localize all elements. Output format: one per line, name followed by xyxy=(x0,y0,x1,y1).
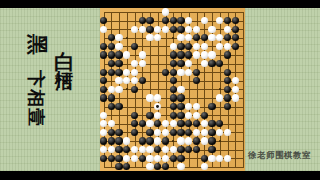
black-stone xyxy=(224,94,231,101)
white-stone xyxy=(170,43,177,50)
white-stone xyxy=(139,146,146,153)
black-stone xyxy=(177,155,184,162)
white-stone xyxy=(224,26,231,33)
white-stone xyxy=(224,43,231,50)
black-stone xyxy=(108,94,115,101)
black-stone xyxy=(208,146,215,153)
black-stone xyxy=(185,43,192,50)
black-stone xyxy=(185,129,192,136)
white-stone xyxy=(139,26,146,33)
black-stone xyxy=(177,17,184,24)
black-stone xyxy=(185,51,192,58)
black-stone xyxy=(108,51,115,58)
black-stone xyxy=(162,163,169,170)
black-stone xyxy=(100,155,107,162)
black-stone xyxy=(224,17,231,24)
black-stone xyxy=(131,120,138,127)
black-stone xyxy=(208,120,215,127)
white-stone xyxy=(162,8,169,15)
white-stone xyxy=(185,34,192,41)
white-stone xyxy=(162,155,169,162)
black-stone xyxy=(139,120,146,127)
black-stone xyxy=(170,94,177,101)
black-stone xyxy=(170,155,177,162)
white-stone xyxy=(201,17,208,24)
black-stone xyxy=(100,43,107,50)
white-stone xyxy=(193,129,200,136)
black-stone xyxy=(177,129,184,136)
black-stone xyxy=(146,112,153,119)
white-stone xyxy=(201,60,208,67)
white-stone xyxy=(162,146,169,153)
black-stone xyxy=(162,137,169,144)
white-stone xyxy=(146,34,153,41)
black-stone xyxy=(177,120,184,127)
black-stone xyxy=(162,69,169,76)
black-stone xyxy=(154,146,161,153)
black-stone xyxy=(108,60,115,67)
black-stone xyxy=(139,77,146,84)
white-stone xyxy=(146,146,153,153)
black-stone xyxy=(177,146,184,153)
black-stone xyxy=(208,103,215,110)
white-stone xyxy=(162,26,169,33)
star-point xyxy=(126,37,128,39)
white-stone xyxy=(115,34,122,41)
white-stone xyxy=(201,43,208,50)
black-stone xyxy=(108,43,115,50)
white-stone xyxy=(146,94,153,101)
white-stone xyxy=(177,69,184,76)
players-panel: 黑 卞相壹 白 柯洁 xyxy=(0,8,100,171)
black-stone xyxy=(177,112,184,119)
white-stone xyxy=(123,137,130,144)
black-stone xyxy=(201,112,208,119)
black-stone xyxy=(100,137,107,144)
white-stone xyxy=(201,120,208,127)
black-stone xyxy=(224,86,231,93)
white-stone xyxy=(162,129,169,136)
white-stone xyxy=(131,77,138,84)
white-stone xyxy=(208,155,215,162)
black-stone xyxy=(170,17,177,24)
white-stone xyxy=(177,137,184,144)
black-stone xyxy=(224,77,231,84)
white-stone xyxy=(216,94,223,101)
black-stone xyxy=(185,120,192,127)
white-stone xyxy=(193,51,200,58)
black-stone xyxy=(146,137,153,144)
black-stone xyxy=(177,43,184,50)
white-stone xyxy=(185,112,192,119)
black-stone xyxy=(193,137,200,144)
white-stone xyxy=(154,129,161,136)
white-stone xyxy=(123,69,130,76)
white-stone xyxy=(146,155,153,162)
black-stone xyxy=(201,34,208,41)
black-stone xyxy=(177,51,184,58)
black-player-name: 卞相壹 xyxy=(27,70,45,127)
black-stone xyxy=(100,51,107,58)
black-stone xyxy=(185,146,192,153)
white-stone xyxy=(224,155,231,162)
white-stone xyxy=(193,103,200,110)
white-stone xyxy=(201,163,208,170)
black-stone xyxy=(154,163,161,170)
black-stone xyxy=(193,146,200,153)
black-stone xyxy=(108,155,115,162)
black-stone xyxy=(224,34,231,41)
black-stone xyxy=(123,163,130,170)
black-stone xyxy=(131,43,138,50)
black-stone xyxy=(108,69,115,76)
black-stone xyxy=(100,17,107,24)
white-stone xyxy=(208,26,215,33)
black-stone xyxy=(108,137,115,144)
white-stone xyxy=(131,69,138,76)
black-stone xyxy=(115,129,122,136)
white-stone xyxy=(154,137,161,144)
white-stone xyxy=(185,103,192,110)
black-stone xyxy=(139,155,146,162)
black-stone xyxy=(208,137,215,144)
black-stone xyxy=(224,51,231,58)
white-stone xyxy=(108,146,115,153)
black-stone xyxy=(216,60,223,67)
black-stone xyxy=(100,86,107,93)
video-frame: 黑 卞相壹 白 柯洁 徐老师围棋教室 xyxy=(0,0,320,180)
black-stone xyxy=(232,26,239,33)
black-stone xyxy=(224,103,231,110)
white-stone xyxy=(177,34,184,41)
white-stone xyxy=(123,155,130,162)
white-stone xyxy=(170,146,177,153)
white-stone xyxy=(115,77,122,84)
black-stone xyxy=(115,163,122,170)
white-stone xyxy=(154,26,161,33)
white-stone xyxy=(123,77,130,84)
black-stone xyxy=(232,34,239,41)
black-stone xyxy=(170,103,177,110)
last-move-marker xyxy=(156,105,159,108)
white-stone xyxy=(185,60,192,67)
black-label: 黑 xyxy=(26,34,47,55)
black-stone xyxy=(115,103,122,110)
player-names: 黑 卞相壹 白 柯洁 xyxy=(0,34,100,127)
star-point xyxy=(219,140,221,142)
white-stone xyxy=(131,60,138,67)
white-stone xyxy=(100,26,107,33)
white-stone xyxy=(162,120,169,127)
white-stone xyxy=(154,34,161,41)
black-stone xyxy=(108,103,115,110)
black-stone xyxy=(216,120,223,127)
white-stone xyxy=(139,60,146,67)
black-stone xyxy=(100,94,107,101)
black-stone xyxy=(170,69,177,76)
white-stone xyxy=(201,137,208,144)
black-stone xyxy=(170,60,177,67)
black-stone xyxy=(139,17,146,24)
black-stone xyxy=(170,112,177,119)
black-stone xyxy=(177,103,184,110)
channel-watermark: 徐老师围棋教室 xyxy=(245,150,314,162)
white-stone xyxy=(154,94,161,101)
black-stone xyxy=(108,129,115,136)
white-stone xyxy=(232,86,239,93)
white-stone xyxy=(146,163,153,170)
black-stone xyxy=(193,120,200,127)
white-stone xyxy=(177,86,184,93)
white-stone xyxy=(216,155,223,162)
black-stone xyxy=(131,86,138,93)
black-stone xyxy=(100,69,107,76)
white-stone xyxy=(216,34,223,41)
black-stone xyxy=(193,77,200,84)
white-stone xyxy=(100,129,107,136)
white-stone xyxy=(216,17,223,24)
content-area: 黑 卞相壹 白 柯洁 徐老师围棋教室 xyxy=(0,8,320,171)
white-stone xyxy=(139,51,146,58)
black-stone xyxy=(100,77,107,84)
black-stone xyxy=(193,69,200,76)
black-stone xyxy=(177,94,184,101)
white-stone xyxy=(108,120,115,127)
white-stone xyxy=(154,112,161,119)
black-stone xyxy=(123,146,130,153)
white-stone xyxy=(216,129,223,136)
white-stone xyxy=(185,137,192,144)
white-stone xyxy=(177,163,184,170)
black-stone xyxy=(170,51,177,58)
white-stone xyxy=(193,112,200,119)
black-stone xyxy=(154,120,161,127)
white-player-name: 柯洁 xyxy=(55,56,73,58)
black-stone xyxy=(208,129,215,136)
black-stone xyxy=(146,17,153,24)
black-stone xyxy=(115,137,122,144)
black-stone xyxy=(177,26,184,33)
white-player-column: 白 柯洁 xyxy=(54,34,75,127)
black-stone xyxy=(131,129,138,136)
white-stone xyxy=(108,86,115,93)
go-board xyxy=(100,8,245,171)
right-panel: 徐老师围棋教室 xyxy=(245,8,320,171)
white-stone xyxy=(131,155,138,162)
black-stone xyxy=(232,17,239,24)
black-stone xyxy=(115,146,122,153)
black-stone xyxy=(131,112,138,119)
white-stone xyxy=(208,51,215,58)
black-stone xyxy=(115,60,122,67)
white-stone xyxy=(193,43,200,50)
white-stone xyxy=(193,26,200,33)
black-stone xyxy=(201,155,208,162)
white-stone xyxy=(185,17,192,24)
white-stone xyxy=(154,155,161,162)
white-stone xyxy=(100,112,107,119)
white-stone xyxy=(100,120,107,127)
black-stone xyxy=(108,34,115,41)
white-stone xyxy=(185,26,192,33)
black-stone xyxy=(208,60,215,67)
white-stone xyxy=(170,120,177,127)
white-stone xyxy=(115,86,122,93)
white-stone xyxy=(131,146,138,153)
white-stone xyxy=(185,69,192,76)
white-stone xyxy=(232,77,239,84)
black-player-column: 黑 卞相壹 xyxy=(26,34,47,127)
black-stone xyxy=(146,129,153,136)
white-stone xyxy=(131,26,138,33)
black-stone xyxy=(115,51,122,58)
white-stone xyxy=(146,120,153,127)
white-stone xyxy=(154,103,161,110)
black-stone xyxy=(139,137,146,144)
black-stone xyxy=(224,69,231,76)
white-stone xyxy=(201,129,208,136)
white-stone xyxy=(232,94,239,101)
black-stone xyxy=(193,34,200,41)
white-stone xyxy=(100,146,107,153)
grid-line-v xyxy=(243,12,244,168)
black-stone xyxy=(146,26,153,33)
white-stone xyxy=(123,51,130,58)
black-stone xyxy=(170,26,177,33)
black-stone xyxy=(177,60,184,67)
black-stone xyxy=(115,155,122,162)
black-stone xyxy=(115,69,122,76)
white-stone xyxy=(201,51,208,58)
white-stone xyxy=(224,129,231,136)
white-stone xyxy=(208,34,215,41)
black-stone xyxy=(162,17,169,24)
black-stone xyxy=(170,129,177,136)
black-stone xyxy=(170,77,177,84)
black-stone xyxy=(170,86,177,93)
white-stone xyxy=(216,43,223,50)
black-stone xyxy=(232,43,239,50)
white-stone xyxy=(115,43,122,50)
